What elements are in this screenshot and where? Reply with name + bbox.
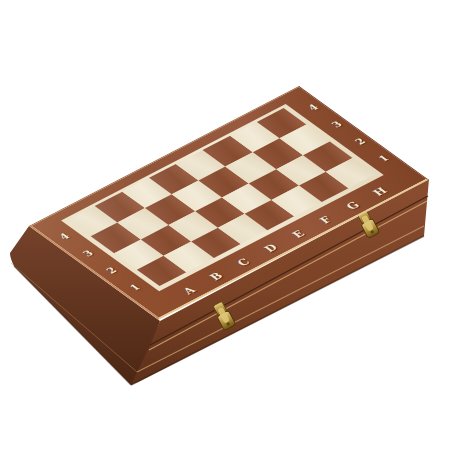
file-label-c: C <box>236 257 253 267</box>
file-label-g: G <box>344 200 361 211</box>
rank-label-left-4: 4 <box>57 232 71 241</box>
rank-label-right-4: 4 <box>306 103 320 112</box>
product-photo: A B C D E F G H 4 3 2 1 4 3 2 1 <box>0 0 451 450</box>
rank-label-right-3: 3 <box>330 120 344 129</box>
file-label-h: H <box>371 186 389 197</box>
file-label-f: F <box>318 215 334 225</box>
rank-label-left-1: 1 <box>128 283 142 292</box>
file-label-e: E <box>290 229 306 239</box>
file-label-d: D <box>262 243 279 254</box>
rank-label-left-2: 2 <box>104 266 118 275</box>
rank-label-left-3: 3 <box>81 249 95 258</box>
file-label-a: A <box>181 286 198 296</box>
rank-label-right-1: 1 <box>377 154 391 163</box>
file-label-b: B <box>208 271 225 282</box>
rank-label-right-2: 2 <box>353 137 367 146</box>
